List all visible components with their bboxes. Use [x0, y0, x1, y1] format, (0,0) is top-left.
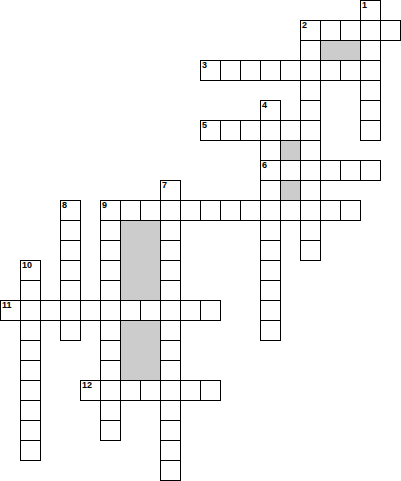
cell-r8-c18[interactable] — [360, 160, 381, 181]
cell-r1-c17[interactable] — [340, 20, 361, 41]
cell-r10-c16[interactable] — [320, 200, 341, 221]
cell-r7-c13[interactable] — [260, 140, 281, 161]
cell-r11-c5[interactable] — [100, 220, 121, 241]
cell-r17-c5[interactable] — [100, 340, 121, 361]
cell-r1-c16[interactable] — [320, 20, 341, 41]
cell-r1-c15[interactable]: 2 — [300, 20, 321, 41]
cell-r20-c5[interactable] — [100, 400, 121, 421]
clue-number-2: 2 — [302, 21, 307, 30]
cell-r8-c15[interactable] — [300, 160, 321, 181]
clue-number-9: 9 — [102, 201, 107, 210]
cell-r19-c10[interactable] — [200, 380, 221, 401]
cell-r10-c13[interactable] — [260, 200, 281, 221]
cell-r18-c1[interactable] — [20, 360, 41, 381]
shaded-block-0 — [320, 40, 361, 61]
cell-r21-c8[interactable] — [160, 420, 181, 441]
cell-r6-c11[interactable] — [220, 120, 241, 141]
cell-r19-c8[interactable] — [160, 380, 181, 401]
cell-r22-c1[interactable] — [20, 440, 41, 461]
cell-r19-c4[interactable]: 12 — [80, 380, 101, 401]
clue-number-1: 1 — [362, 1, 367, 10]
cell-r3-c14[interactable] — [280, 60, 301, 81]
cell-r6-c13[interactable] — [260, 120, 281, 141]
cell-r15-c4[interactable] — [80, 300, 101, 321]
cell-r10-c5[interactable]: 9 — [100, 200, 121, 221]
cell-r16-c8[interactable] — [160, 320, 181, 341]
cell-r6-c14[interactable] — [280, 120, 301, 141]
cell-r3-c16[interactable] — [320, 60, 341, 81]
cell-r10-c17[interactable] — [340, 200, 361, 221]
cell-r5-c18[interactable] — [360, 100, 381, 121]
clue-number-10: 10 — [22, 261, 32, 270]
cell-r8-c13[interactable]: 6 — [260, 160, 281, 181]
cell-r10-c11[interactable] — [220, 200, 241, 221]
cell-r19-c5[interactable] — [100, 380, 121, 401]
cell-r11-c3[interactable] — [60, 220, 81, 241]
cell-r16-c13[interactable] — [260, 320, 281, 341]
cell-r12-c13[interactable] — [260, 240, 281, 261]
cell-r10-c12[interactable] — [240, 200, 261, 221]
cell-r5-c13[interactable]: 4 — [260, 100, 281, 121]
cell-r23-c8[interactable] — [160, 460, 181, 481]
cell-r15-c0[interactable]: 11 — [0, 300, 21, 321]
cell-r13-c1[interactable]: 10 — [20, 260, 41, 281]
cell-r9-c13[interactable] — [260, 180, 281, 201]
cell-r22-c8[interactable] — [160, 440, 181, 461]
clue-number-11: 11 — [2, 301, 12, 310]
cell-r15-c3[interactable] — [60, 300, 81, 321]
cell-r7-c15[interactable] — [300, 140, 321, 161]
cell-r15-c1[interactable] — [20, 300, 41, 321]
cell-r3-c17[interactable] — [340, 60, 361, 81]
cell-r8-c17[interactable] — [340, 160, 361, 181]
cell-r16-c1[interactable] — [20, 320, 41, 341]
cell-r2-c18[interactable] — [360, 40, 381, 61]
cell-r10-c15[interactable] — [300, 200, 321, 221]
cell-r5-c15[interactable] — [300, 100, 321, 121]
cell-r6-c10[interactable]: 5 — [200, 120, 221, 141]
cell-r18-c8[interactable] — [160, 360, 181, 381]
cell-r4-c18[interactable] — [360, 80, 381, 101]
cell-r4-c15[interactable] — [300, 80, 321, 101]
cell-r12-c15[interactable] — [300, 240, 321, 261]
cell-r3-c18[interactable] — [360, 60, 381, 81]
clue-number-4: 4 — [262, 101, 267, 110]
cell-r14-c13[interactable] — [260, 280, 281, 301]
cell-r1-c19[interactable] — [380, 20, 401, 41]
cell-r2-c15[interactable] — [300, 40, 321, 61]
cell-r12-c5[interactable] — [100, 240, 121, 261]
clue-number-12: 12 — [82, 381, 92, 390]
cell-r3-c12[interactable] — [240, 60, 261, 81]
cell-r3-c10[interactable]: 3 — [200, 60, 221, 81]
cell-r10-c7[interactable] — [140, 200, 161, 221]
cell-r17-c1[interactable] — [20, 340, 41, 361]
cell-r6-c12[interactable] — [240, 120, 261, 141]
clue-number-6: 6 — [262, 161, 267, 170]
cell-r14-c1[interactable] — [20, 280, 41, 301]
cell-r10-c8[interactable] — [160, 200, 181, 221]
cell-r3-c13[interactable] — [260, 60, 281, 81]
cell-r14-c3[interactable] — [60, 280, 81, 301]
cell-r13-c8[interactable] — [160, 260, 181, 281]
shaded-block-2 — [280, 180, 301, 201]
cell-r15-c10[interactable] — [200, 300, 221, 321]
cell-r9-c15[interactable] — [300, 180, 321, 201]
cell-r12-c8[interactable] — [160, 240, 181, 261]
clue-number-8: 8 — [62, 201, 67, 210]
cell-r19-c1[interactable] — [20, 380, 41, 401]
clue-number-5: 5 — [202, 121, 207, 130]
cell-r14-c5[interactable] — [100, 280, 121, 301]
cell-r1-c18[interactable] — [360, 20, 381, 41]
clue-number-7: 7 — [162, 181, 167, 190]
cell-r10-c6[interactable] — [120, 200, 141, 221]
cell-r16-c3[interactable] — [60, 320, 81, 341]
shaded-block-1 — [280, 140, 301, 161]
cell-r14-c8[interactable] — [160, 280, 181, 301]
cell-r13-c5[interactable] — [100, 260, 121, 281]
cell-r10-c9[interactable] — [180, 200, 201, 221]
cell-r20-c8[interactable] — [160, 400, 181, 421]
crossword-grid: 123456789101112 — [0, 0, 401, 481]
cell-r9-c8[interactable]: 7 — [160, 180, 181, 201]
cell-r6-c18[interactable] — [360, 120, 381, 141]
cell-r21-c1[interactable] — [20, 420, 41, 441]
cell-r13-c13[interactable] — [260, 260, 281, 281]
cell-r17-c8[interactable] — [160, 340, 181, 361]
cell-r11-c13[interactable] — [260, 220, 281, 241]
cell-r13-c3[interactable] — [60, 260, 81, 281]
cell-r19-c7[interactable] — [140, 380, 161, 401]
cell-r10-c14[interactable] — [280, 200, 301, 221]
cell-r15-c7[interactable] — [140, 300, 161, 321]
cell-r21-c5[interactable] — [100, 420, 121, 441]
cell-r19-c9[interactable] — [180, 380, 201, 401]
cell-r10-c10[interactable] — [200, 200, 221, 221]
cell-r15-c8[interactable] — [160, 300, 181, 321]
cell-r20-c1[interactable] — [20, 400, 41, 421]
cell-r18-c5[interactable] — [100, 360, 121, 381]
cell-r8-c14[interactable] — [280, 160, 301, 181]
cell-r15-c13[interactable] — [260, 300, 281, 321]
cell-r15-c5[interactable] — [100, 300, 121, 321]
cell-r0-c18[interactable]: 1 — [360, 0, 381, 21]
cell-r11-c15[interactable] — [300, 220, 321, 241]
cell-r16-c5[interactable] — [100, 320, 121, 341]
shaded-block-4 — [120, 320, 161, 381]
cell-r8-c16[interactable] — [320, 160, 341, 181]
cell-r15-c6[interactable] — [120, 300, 141, 321]
cell-r12-c3[interactable] — [60, 240, 81, 261]
cell-r19-c6[interactable] — [120, 380, 141, 401]
cell-r6-c15[interactable] — [300, 120, 321, 141]
cell-r15-c9[interactable] — [180, 300, 201, 321]
shaded-block-3 — [120, 220, 161, 301]
cell-r11-c8[interactable] — [160, 220, 181, 241]
cell-r15-c2[interactable] — [40, 300, 61, 321]
cell-r3-c15[interactable] — [300, 60, 321, 81]
clue-number-3: 3 — [202, 61, 207, 70]
cell-r10-c3[interactable]: 8 — [60, 200, 81, 221]
cell-r3-c11[interactable] — [220, 60, 241, 81]
